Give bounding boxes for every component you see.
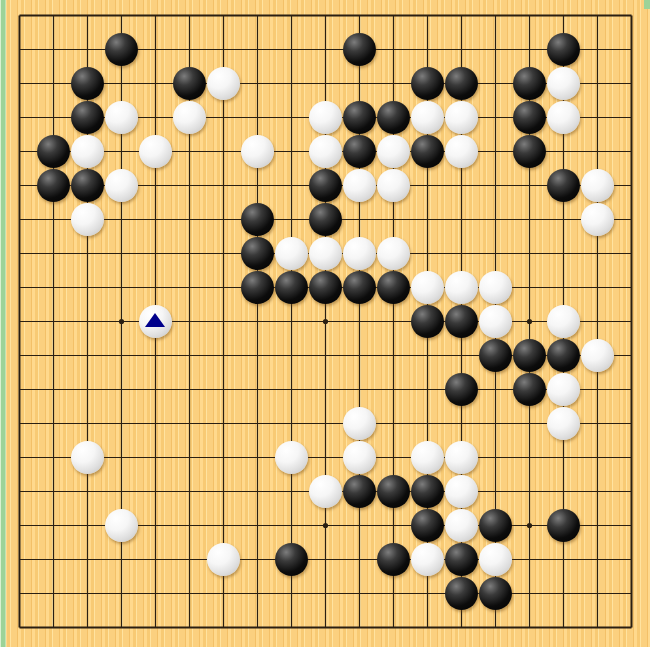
board-cell[interactable] [206, 576, 240, 610]
board-cell[interactable] [206, 168, 240, 202]
board-cell[interactable] [614, 168, 648, 202]
board-cell[interactable] [512, 100, 546, 134]
board-cell[interactable] [512, 0, 546, 32]
board-cell[interactable] [2, 474, 36, 508]
board-cell[interactable] [376, 474, 410, 508]
board-cell[interactable] [104, 338, 138, 372]
board-cell[interactable] [410, 508, 444, 542]
board-cell[interactable] [444, 304, 478, 338]
board-cell[interactable] [36, 338, 70, 372]
board-cell[interactable] [444, 508, 478, 542]
board-cell[interactable] [172, 32, 206, 66]
board-cell[interactable] [580, 508, 614, 542]
board-cell[interactable] [274, 406, 308, 440]
board-cell[interactable] [70, 134, 104, 168]
board-cell[interactable] [580, 372, 614, 406]
board-cell[interactable] [240, 270, 274, 304]
board-cell[interactable] [308, 406, 342, 440]
board-cell[interactable] [376, 236, 410, 270]
board-cell[interactable] [512, 542, 546, 576]
board-cell[interactable] [138, 406, 172, 440]
board-cell[interactable] [308, 508, 342, 542]
board-cell[interactable] [206, 304, 240, 338]
board-cell[interactable] [206, 134, 240, 168]
board-cell[interactable] [444, 338, 478, 372]
board-cell[interactable] [70, 66, 104, 100]
board-cell[interactable] [444, 66, 478, 100]
board-cell[interactable] [546, 202, 580, 236]
board-cell[interactable] [512, 372, 546, 406]
board-cell[interactable] [240, 406, 274, 440]
board-cell[interactable] [308, 168, 342, 202]
board-cell[interactable] [138, 474, 172, 508]
board-cell[interactable] [376, 100, 410, 134]
board-cell[interactable] [410, 610, 444, 644]
board-cell[interactable] [240, 372, 274, 406]
board-cell[interactable] [2, 440, 36, 474]
board-cell[interactable] [36, 134, 70, 168]
board-cell[interactable] [614, 372, 648, 406]
board-cell[interactable] [308, 542, 342, 576]
board-cell[interactable] [410, 474, 444, 508]
board-cell[interactable] [342, 338, 376, 372]
board-cell[interactable] [478, 134, 512, 168]
board-cell[interactable] [478, 304, 512, 338]
board-cell[interactable] [104, 440, 138, 474]
board-cell[interactable] [206, 542, 240, 576]
board-cell[interactable] [376, 270, 410, 304]
board-cell[interactable] [2, 338, 36, 372]
board-cell[interactable] [2, 304, 36, 338]
board-cell[interactable] [274, 66, 308, 100]
board-cell[interactable] [444, 202, 478, 236]
board-cell[interactable] [172, 236, 206, 270]
board-cell[interactable] [308, 32, 342, 66]
board-cell[interactable] [138, 338, 172, 372]
board-cell[interactable] [138, 134, 172, 168]
board-cell[interactable] [342, 32, 376, 66]
board-cell[interactable] [138, 508, 172, 542]
board-cell[interactable] [478, 66, 512, 100]
board-cell[interactable] [274, 474, 308, 508]
board-cell[interactable] [478, 542, 512, 576]
board-cell[interactable] [580, 610, 614, 644]
board-cell[interactable] [410, 406, 444, 440]
board-cell[interactable] [342, 100, 376, 134]
board-cell[interactable] [70, 372, 104, 406]
board-cell[interactable] [206, 372, 240, 406]
board-cell[interactable] [478, 610, 512, 644]
board-cell[interactable] [104, 610, 138, 644]
board-cell[interactable] [172, 474, 206, 508]
board-cell[interactable] [70, 270, 104, 304]
board-cell[interactable] [206, 66, 240, 100]
board-cell[interactable] [342, 304, 376, 338]
board-cell[interactable] [342, 440, 376, 474]
board-cell[interactable] [206, 0, 240, 32]
board-cell[interactable] [308, 202, 342, 236]
board-cell[interactable] [2, 576, 36, 610]
board-cell[interactable] [342, 134, 376, 168]
board-cell[interactable] [614, 32, 648, 66]
board-cell[interactable] [172, 610, 206, 644]
board-cell[interactable] [172, 0, 206, 32]
board-cell[interactable] [2, 508, 36, 542]
board-cell[interactable] [172, 134, 206, 168]
board-cell[interactable] [376, 338, 410, 372]
board-cell[interactable] [70, 440, 104, 474]
board-cell[interactable] [2, 134, 36, 168]
board-cell[interactable] [274, 236, 308, 270]
board-cell[interactable] [410, 304, 444, 338]
board-cell[interactable] [376, 134, 410, 168]
board-cell[interactable] [342, 542, 376, 576]
board-cell[interactable] [308, 474, 342, 508]
board-cell[interactable] [308, 66, 342, 100]
board-cell[interactable] [478, 372, 512, 406]
board-cell[interactable] [274, 202, 308, 236]
board-cell[interactable] [36, 610, 70, 644]
board-cell[interactable] [512, 134, 546, 168]
board-cell[interactable] [580, 304, 614, 338]
board-cell[interactable] [70, 406, 104, 440]
board-cell[interactable] [172, 372, 206, 406]
board-cell[interactable] [240, 66, 274, 100]
board-cell[interactable] [36, 304, 70, 338]
board-cell[interactable] [274, 0, 308, 32]
board-cell[interactable] [104, 0, 138, 32]
board-cell[interactable] [172, 100, 206, 134]
board-cell[interactable] [342, 0, 376, 32]
board-cell[interactable] [36, 100, 70, 134]
board-cell[interactable] [546, 338, 580, 372]
board-cell[interactable] [614, 0, 648, 32]
board-cell[interactable] [342, 372, 376, 406]
board-cell[interactable] [240, 202, 274, 236]
board-cell[interactable] [2, 202, 36, 236]
board-cell[interactable] [410, 168, 444, 202]
board-cell[interactable] [274, 440, 308, 474]
board-cell[interactable] [172, 406, 206, 440]
board-cell[interactable] [308, 372, 342, 406]
board-cell[interactable] [274, 610, 308, 644]
board-cell[interactable] [172, 542, 206, 576]
board-cell[interactable] [308, 610, 342, 644]
board-cell[interactable] [138, 576, 172, 610]
board-cell[interactable] [274, 32, 308, 66]
board-cell[interactable] [478, 270, 512, 304]
board-cell[interactable] [410, 270, 444, 304]
board-cell[interactable] [274, 576, 308, 610]
board-cell[interactable] [172, 338, 206, 372]
board-cell[interactable] [376, 0, 410, 32]
board-cell[interactable] [342, 236, 376, 270]
board-cell[interactable] [614, 576, 648, 610]
board-cell[interactable] [2, 0, 36, 32]
board-cell[interactable] [206, 406, 240, 440]
board-cell[interactable] [614, 440, 648, 474]
board-cell[interactable] [138, 66, 172, 100]
board-cell[interactable] [240, 440, 274, 474]
board-cell[interactable] [172, 202, 206, 236]
board-cell[interactable] [478, 440, 512, 474]
board-cell[interactable] [308, 134, 342, 168]
board-cell[interactable] [580, 576, 614, 610]
board-cell[interactable] [308, 236, 342, 270]
board-cell[interactable] [444, 134, 478, 168]
board-cell[interactable] [410, 32, 444, 66]
board-cell[interactable] [478, 236, 512, 270]
board-cell[interactable] [104, 474, 138, 508]
board-cell[interactable] [444, 270, 478, 304]
board-cell[interactable] [580, 338, 614, 372]
board-cell[interactable] [376, 440, 410, 474]
board-cell[interactable] [70, 0, 104, 32]
board-cell[interactable] [138, 270, 172, 304]
board-cell[interactable] [274, 100, 308, 134]
board-cell[interactable] [546, 66, 580, 100]
board-cell[interactable] [546, 0, 580, 32]
board-cell[interactable] [614, 610, 648, 644]
board-cell[interactable] [478, 338, 512, 372]
board-cell[interactable] [240, 134, 274, 168]
board-cell[interactable] [138, 304, 172, 338]
board-cell[interactable] [70, 202, 104, 236]
board-cell[interactable] [580, 66, 614, 100]
board-cell[interactable] [308, 270, 342, 304]
board-cell[interactable] [580, 134, 614, 168]
board-cell[interactable] [274, 168, 308, 202]
board-cell[interactable] [70, 100, 104, 134]
board-cell[interactable] [36, 440, 70, 474]
board-cell[interactable] [546, 406, 580, 440]
board-cell[interactable] [546, 304, 580, 338]
board-cell[interactable] [580, 406, 614, 440]
board-cell[interactable] [206, 508, 240, 542]
board-cell[interactable] [240, 474, 274, 508]
board-cell[interactable] [376, 576, 410, 610]
board-cell[interactable] [36, 508, 70, 542]
board-cell[interactable] [410, 134, 444, 168]
board-cell[interactable] [614, 474, 648, 508]
board-cell[interactable] [2, 372, 36, 406]
board-cell[interactable] [444, 100, 478, 134]
board-cell[interactable] [614, 100, 648, 134]
board-cell[interactable] [2, 542, 36, 576]
board-cell[interactable] [580, 236, 614, 270]
board-cell[interactable] [512, 474, 546, 508]
board-cell[interactable] [36, 474, 70, 508]
board-cell[interactable] [172, 440, 206, 474]
board-cell[interactable] [478, 32, 512, 66]
board-cell[interactable] [410, 372, 444, 406]
board-cell[interactable] [614, 66, 648, 100]
board-cell[interactable] [240, 542, 274, 576]
board-cell[interactable] [376, 542, 410, 576]
board-cell[interactable] [2, 270, 36, 304]
board-cell[interactable] [512, 610, 546, 644]
board-cell[interactable] [512, 440, 546, 474]
board-cell[interactable] [376, 508, 410, 542]
board-cell[interactable] [546, 372, 580, 406]
board-cell[interactable] [240, 338, 274, 372]
board-cell[interactable] [138, 100, 172, 134]
board-cell[interactable] [546, 236, 580, 270]
board-cell[interactable] [512, 32, 546, 66]
board-cell[interactable] [444, 168, 478, 202]
board-cell[interactable] [614, 134, 648, 168]
board-cell[interactable] [172, 66, 206, 100]
board-cell[interactable] [36, 66, 70, 100]
board-cell[interactable] [308, 304, 342, 338]
board-cell[interactable] [206, 32, 240, 66]
board-cell[interactable] [546, 508, 580, 542]
board-cell[interactable] [36, 0, 70, 32]
board-cell[interactable] [444, 542, 478, 576]
board-cell[interactable] [512, 270, 546, 304]
board-cell[interactable] [546, 542, 580, 576]
board-cell[interactable] [70, 576, 104, 610]
board-cell[interactable] [580, 202, 614, 236]
board-cell[interactable] [104, 168, 138, 202]
board-cell[interactable] [478, 406, 512, 440]
board-cell[interactable] [376, 372, 410, 406]
board-cell[interactable] [580, 474, 614, 508]
board-cell[interactable] [70, 32, 104, 66]
board-cell[interactable] [342, 406, 376, 440]
board-cell[interactable] [444, 406, 478, 440]
board-cell[interactable] [240, 576, 274, 610]
board-cell[interactable] [104, 508, 138, 542]
board-cell[interactable] [2, 32, 36, 66]
board-cell[interactable] [172, 270, 206, 304]
go-board[interactable] [2, 0, 648, 644]
board-cell[interactable] [342, 576, 376, 610]
board-cell[interactable] [104, 304, 138, 338]
board-cell[interactable] [138, 610, 172, 644]
board-cell[interactable] [274, 338, 308, 372]
board-cell[interactable] [444, 610, 478, 644]
board-cell[interactable] [240, 508, 274, 542]
board-cell[interactable] [614, 406, 648, 440]
board-cell[interactable] [206, 100, 240, 134]
board-cell[interactable] [546, 100, 580, 134]
board-cell[interactable] [36, 236, 70, 270]
board-cell[interactable] [104, 270, 138, 304]
board-cell[interactable] [614, 542, 648, 576]
board-cell[interactable] [240, 304, 274, 338]
board-cell[interactable] [410, 576, 444, 610]
board-cell[interactable] [512, 576, 546, 610]
board-cell[interactable] [580, 100, 614, 134]
board-cell[interactable] [546, 270, 580, 304]
board-cell[interactable] [546, 168, 580, 202]
board-cell[interactable] [206, 202, 240, 236]
board-cell[interactable] [376, 610, 410, 644]
board-cell[interactable] [308, 576, 342, 610]
board-cell[interactable] [274, 304, 308, 338]
board-cell[interactable] [36, 32, 70, 66]
board-cell[interactable] [444, 236, 478, 270]
board-cell[interactable] [410, 338, 444, 372]
board-cell[interactable] [614, 202, 648, 236]
board-cell[interactable] [274, 508, 308, 542]
board-cell[interactable] [512, 66, 546, 100]
board-cell[interactable] [206, 610, 240, 644]
board-cell[interactable] [206, 270, 240, 304]
board-cell[interactable] [2, 406, 36, 440]
board-cell[interactable] [240, 610, 274, 644]
board-cell[interactable] [36, 542, 70, 576]
board-cell[interactable] [104, 542, 138, 576]
board-cell[interactable] [308, 440, 342, 474]
board-cell[interactable] [274, 270, 308, 304]
board-cell[interactable] [444, 372, 478, 406]
board-cell[interactable] [104, 576, 138, 610]
board-cell[interactable] [376, 66, 410, 100]
board-cell[interactable] [342, 168, 376, 202]
board-cell[interactable] [614, 270, 648, 304]
board-cell[interactable] [36, 202, 70, 236]
board-cell[interactable] [206, 440, 240, 474]
board-cell[interactable] [342, 270, 376, 304]
board-cell[interactable] [2, 168, 36, 202]
board-cell[interactable] [512, 338, 546, 372]
board-cell[interactable] [172, 304, 206, 338]
board-cell[interactable] [172, 168, 206, 202]
board-cell[interactable] [580, 0, 614, 32]
board-cell[interactable] [104, 100, 138, 134]
board-cell[interactable] [512, 406, 546, 440]
board-cell[interactable] [104, 66, 138, 100]
board-cell[interactable] [410, 66, 444, 100]
board-cell[interactable] [2, 100, 36, 134]
board-cell[interactable] [342, 202, 376, 236]
board-cell[interactable] [614, 236, 648, 270]
board-cell[interactable] [206, 236, 240, 270]
board-cell[interactable] [2, 236, 36, 270]
board-cell[interactable] [70, 474, 104, 508]
board-cell[interactable] [36, 576, 70, 610]
board-cell[interactable] [36, 406, 70, 440]
board-cell[interactable] [104, 134, 138, 168]
board-cell[interactable] [104, 32, 138, 66]
board-cell[interactable] [274, 134, 308, 168]
board-cell[interactable] [580, 440, 614, 474]
board-cell[interactable] [138, 236, 172, 270]
board-cell[interactable] [240, 32, 274, 66]
board-cell[interactable] [546, 474, 580, 508]
board-cell[interactable] [580, 168, 614, 202]
board-cell[interactable] [36, 168, 70, 202]
board-cell[interactable] [342, 474, 376, 508]
board-cell[interactable] [410, 236, 444, 270]
board-cell[interactable] [376, 202, 410, 236]
board-cell[interactable] [580, 270, 614, 304]
board-cell[interactable] [478, 168, 512, 202]
board-cell[interactable] [138, 32, 172, 66]
board-cell[interactable] [546, 440, 580, 474]
board-cell[interactable] [580, 542, 614, 576]
board-cell[interactable] [376, 168, 410, 202]
board-cell[interactable] [36, 372, 70, 406]
board-cell[interactable] [240, 236, 274, 270]
board-cell[interactable] [138, 440, 172, 474]
board-cell[interactable] [444, 576, 478, 610]
board-cell[interactable] [104, 406, 138, 440]
board-cell[interactable] [138, 542, 172, 576]
board-cell[interactable] [376, 32, 410, 66]
